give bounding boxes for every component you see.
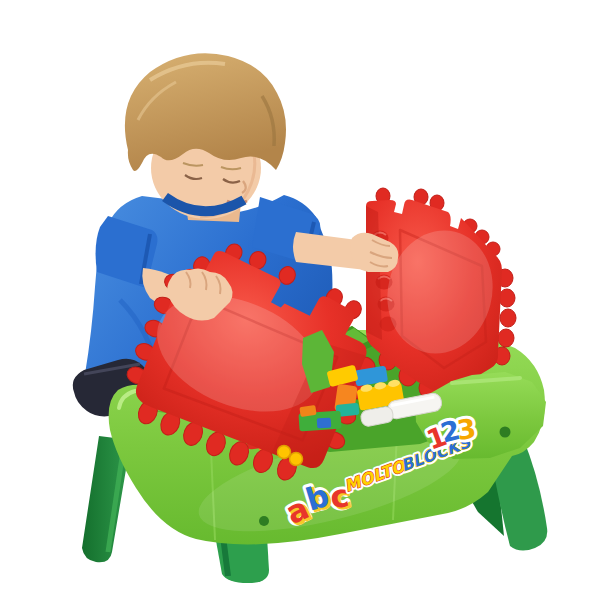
screw-hole-left <box>259 516 269 526</box>
screw-hole-right <box>500 427 511 438</box>
photo-canvas: abc abc abc MOLTOBLOCKS MOLTOBLOCKS 123 … <box>0 0 600 600</box>
scene-illustration: abc abc abc MOLTOBLOCKS MOLTOBLOCKS 123 … <box>0 0 600 600</box>
blue-bit <box>317 418 332 429</box>
yellow-stud <box>278 446 291 459</box>
yellow-stud <box>290 453 303 466</box>
